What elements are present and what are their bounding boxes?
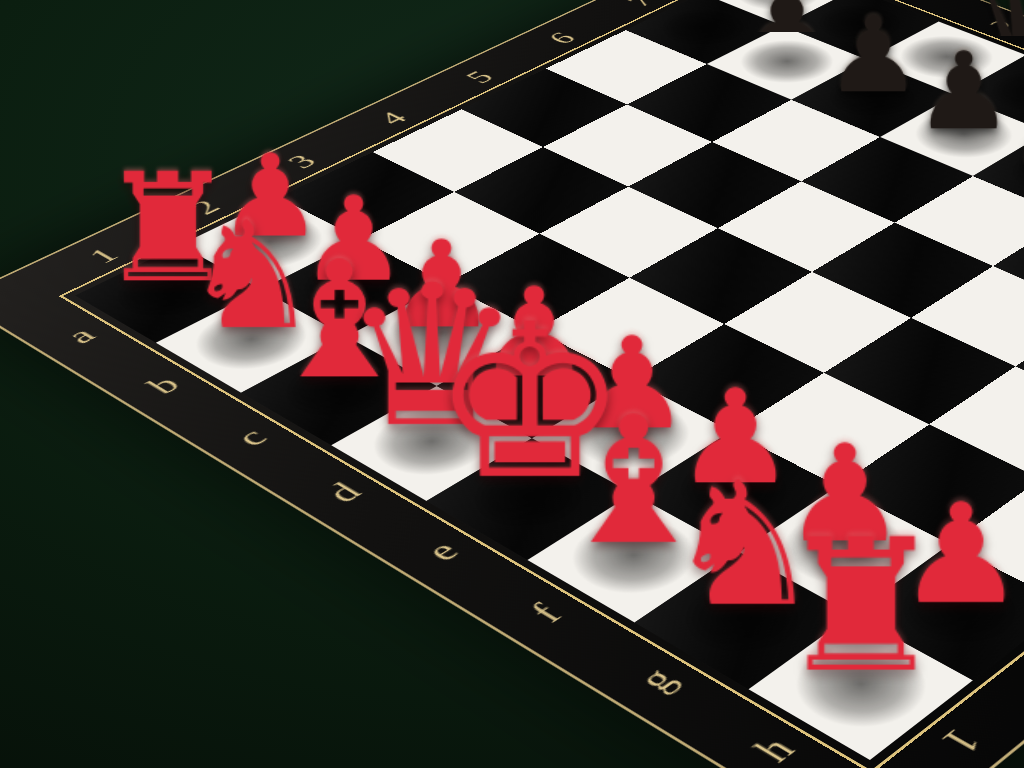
pawn-icon: ♟ <box>740 0 835 71</box>
pawn-icon: ♟ <box>914 37 1013 144</box>
pawn-icon: ♟ <box>1008 74 1024 184</box>
rook-icon: ♜ <box>776 515 947 698</box>
pawn-icon: ♟ <box>825 3 922 108</box>
chess-board: 12345678 12345678 abcdefgh abcdefgh ♜♟♟♜… <box>0 0 1024 768</box>
scene-background: 12345678 12345678 abcdefgh abcdefgh ♜♟♟♜… <box>0 0 1024 768</box>
